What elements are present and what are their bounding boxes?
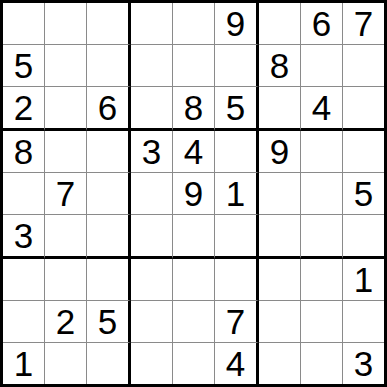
cell-r1c4[interactable] (131, 3, 173, 45)
cell-r3c2[interactable] (45, 87, 87, 131)
cell-r5c3[interactable] (87, 173, 131, 215)
cell-r8c6: 7 (215, 301, 259, 343)
cell-r7c9: 1 (343, 259, 384, 301)
cell-r2c2[interactable] (45, 45, 87, 87)
cell-r9c5[interactable] (173, 343, 215, 384)
cell-r9c7[interactable] (259, 343, 301, 384)
cell-r1c6: 9 (215, 3, 259, 45)
cell-r5c6: 1 (215, 173, 259, 215)
cell-r6c7[interactable] (259, 215, 301, 259)
cell-r5c7[interactable] (259, 173, 301, 215)
cell-r2c5[interactable] (173, 45, 215, 87)
cell-r5c5: 9 (173, 173, 215, 215)
cell-r6c8[interactable] (301, 215, 343, 259)
cell-r1c1[interactable] (3, 3, 45, 45)
cell-r4c3[interactable] (87, 131, 131, 173)
cell-r3c6: 5 (215, 87, 259, 131)
cell-r6c6[interactable] (215, 215, 259, 259)
cell-r8c9[interactable] (343, 301, 384, 343)
cell-r9c2[interactable] (45, 343, 87, 384)
cell-r2c3[interactable] (87, 45, 131, 87)
cell-r5c8[interactable] (301, 173, 343, 215)
cell-r6c4[interactable] (131, 215, 173, 259)
cell-r3c7[interactable] (259, 87, 301, 131)
cell-r4c4: 3 (131, 131, 173, 173)
cell-r8c3: 5 (87, 301, 131, 343)
cell-r6c3[interactable] (87, 215, 131, 259)
cell-r4c7: 9 (259, 131, 301, 173)
cell-r7c8[interactable] (301, 259, 343, 301)
cell-r2c4[interactable] (131, 45, 173, 87)
cell-r7c7[interactable] (259, 259, 301, 301)
cell-r7c4[interactable] (131, 259, 173, 301)
cell-r2c9[interactable] (343, 45, 384, 87)
cell-r9c3[interactable] (87, 343, 131, 384)
cell-r6c2[interactable] (45, 215, 87, 259)
cell-r5c9: 5 (343, 173, 384, 215)
sudoku-board: 96758268548349791531257143 (0, 0, 387, 387)
cell-r5c1[interactable] (3, 173, 45, 215)
cell-r1c5[interactable] (173, 3, 215, 45)
cell-r8c7[interactable] (259, 301, 301, 343)
cell-r2c7: 8 (259, 45, 301, 87)
cell-r5c4[interactable] (131, 173, 173, 215)
cell-r2c6[interactable] (215, 45, 259, 87)
cell-r6c1: 3 (3, 215, 45, 259)
cell-r3c1: 2 (3, 87, 45, 131)
cell-r3c9[interactable] (343, 87, 384, 131)
cell-r7c5[interactable] (173, 259, 215, 301)
cell-r7c2[interactable] (45, 259, 87, 301)
cell-r9c6: 4 (215, 343, 259, 384)
cell-r7c6[interactable] (215, 259, 259, 301)
cell-r8c8[interactable] (301, 301, 343, 343)
cell-r2c8[interactable] (301, 45, 343, 87)
cell-r3c5: 8 (173, 87, 215, 131)
cell-r1c9: 7 (343, 3, 384, 45)
cell-r8c2: 2 (45, 301, 87, 343)
cell-r9c8[interactable] (301, 343, 343, 384)
cell-r1c7[interactable] (259, 3, 301, 45)
cell-r2c1: 5 (3, 45, 45, 87)
cell-r4c9[interactable] (343, 131, 384, 173)
cell-r6c9[interactable] (343, 215, 384, 259)
cell-r3c4[interactable] (131, 87, 173, 131)
cell-r3c8: 4 (301, 87, 343, 131)
cell-r8c4[interactable] (131, 301, 173, 343)
cell-r1c2[interactable] (45, 3, 87, 45)
cell-r1c8: 6 (301, 3, 343, 45)
cell-r4c6[interactable] (215, 131, 259, 173)
cell-r9c1: 1 (3, 343, 45, 384)
cell-r8c1[interactable] (3, 301, 45, 343)
cell-r9c4[interactable] (131, 343, 173, 384)
cell-r4c8[interactable] (301, 131, 343, 173)
cell-r9c9: 3 (343, 343, 384, 384)
cell-r4c1: 8 (3, 131, 45, 173)
cell-r7c1[interactable] (3, 259, 45, 301)
cell-r4c5: 4 (173, 131, 215, 173)
cell-r3c3: 6 (87, 87, 131, 131)
cell-r5c2: 7 (45, 173, 87, 215)
cell-r7c3[interactable] (87, 259, 131, 301)
cell-r4c2[interactable] (45, 131, 87, 173)
cell-r1c3[interactable] (87, 3, 131, 45)
cell-r6c5[interactable] (173, 215, 215, 259)
cell-r8c5[interactable] (173, 301, 215, 343)
